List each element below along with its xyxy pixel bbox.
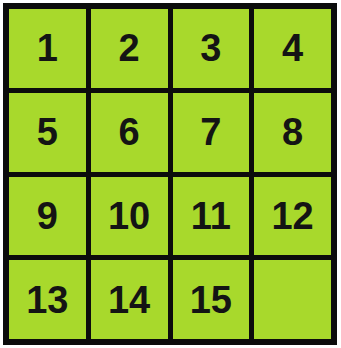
tile-2[interactable]: 2 [91,9,168,88]
tile-number: 1 [37,29,58,67]
tile-number: 13 [26,281,68,319]
tile-14[interactable]: 14 [91,260,168,339]
tile-3[interactable]: 3 [173,9,250,88]
tile-13[interactable]: 13 [9,260,86,339]
tile-number: 4 [282,29,303,67]
tile-4[interactable]: 4 [254,9,331,88]
tile-number: 7 [200,113,221,151]
tile-7[interactable]: 7 [173,93,250,172]
puzzle-frame: 123456789101112131415 [0,0,341,348]
tile-12[interactable]: 12 [254,177,331,256]
tile-number: 6 [119,113,140,151]
tile-8[interactable]: 8 [254,93,331,172]
tile-number: 9 [37,197,58,235]
tile-6[interactable]: 6 [91,93,168,172]
tile-number: 12 [271,197,313,235]
tile-number: 15 [190,281,232,319]
tile-5[interactable]: 5 [9,93,86,172]
tile-number: 2 [119,29,140,67]
tile-number: 3 [200,29,221,67]
tile-11[interactable]: 11 [173,177,250,256]
tile-15[interactable]: 15 [173,260,250,339]
tile-number: 11 [191,197,231,235]
tile-1[interactable]: 1 [9,9,86,88]
tile-number: 14 [108,281,150,319]
tile-number: 8 [282,113,303,151]
tile-number: 10 [108,197,150,235]
tile-10[interactable]: 10 [91,177,168,256]
empty-cell [254,260,331,339]
tile-9[interactable]: 9 [9,177,86,256]
tile-number: 5 [37,113,58,151]
fifteen-puzzle-board: 123456789101112131415 [3,3,337,345]
